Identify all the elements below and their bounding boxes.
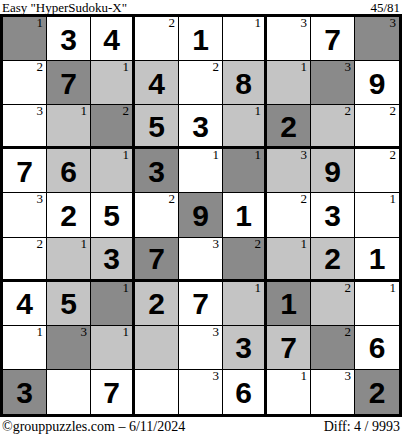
cell-value: 9 — [192, 201, 209, 231]
cell-r6c7[interactable]: 1 — [267, 238, 311, 282]
corner-mark: 2 — [390, 104, 397, 118]
cell-r7c8[interactable]: 2 — [311, 282, 355, 326]
cell-value: 2 — [60, 201, 77, 231]
cell-value: 4 — [148, 69, 165, 99]
cell-r7c2[interactable]: 5 — [47, 282, 91, 326]
corner-mark: 1 — [123, 148, 130, 162]
cell-r2c9[interactable]: 9 — [355, 61, 399, 105]
corner-mark: 1 — [123, 281, 130, 295]
cell-r2c6[interactable]: 8 — [223, 61, 267, 105]
cell-r2c3[interactable]: 1 — [91, 61, 135, 105]
corner-mark: 1 — [255, 104, 262, 118]
cell-value: 1 — [235, 201, 252, 231]
corner-mark: 3 — [37, 104, 44, 118]
cell-value: 3 — [103, 244, 120, 274]
footer-bar: ©grouppuzzles.com – 6/11/2024 Diff: 4 / … — [0, 417, 402, 437]
cell-value: 9 — [324, 157, 341, 187]
cell-r6c4[interactable]: 7 — [135, 238, 179, 282]
difficulty-text: Diff: 4 / 9993 — [324, 419, 400, 435]
cell-value: 2 — [369, 378, 386, 408]
cell-value: 6 — [235, 378, 252, 408]
cell-value: 6 — [60, 157, 77, 187]
cell-value: 3 — [60, 25, 77, 55]
puzzle-title: Easy "HyperSudoku-X" — [2, 1, 127, 14]
cell-value: 8 — [235, 69, 252, 99]
cell-r9c6[interactable]: 6 — [223, 370, 267, 414]
corner-mark: 1 — [123, 60, 130, 74]
cell-value: 5 — [103, 201, 120, 231]
cell-value: 7 — [60, 69, 77, 99]
cell-r9c3[interactable]: 7 — [91, 370, 135, 414]
copyright-text: ©grouppuzzles.com – 6/11/2024 — [2, 419, 185, 435]
cell-r7c6[interactable]: 1 — [223, 282, 267, 326]
cell-r7c5[interactable]: 7 — [179, 282, 223, 326]
cell-r8c5[interactable]: 3 — [179, 326, 223, 370]
corner-mark: 3 — [213, 325, 220, 339]
cell-r6c5[interactable]: 3 — [179, 238, 223, 282]
cell-r4c8[interactable]: 9 — [311, 149, 355, 193]
cell-value: 4 — [16, 289, 33, 319]
cell-r1c4[interactable]: 2 — [135, 17, 179, 61]
cell-value: 9 — [369, 69, 386, 99]
cell-r9c1[interactable]: 3 — [3, 370, 47, 414]
cell-value: 7 — [280, 333, 297, 363]
cell-value: 3 — [16, 378, 33, 408]
corner-mark: 1 — [301, 369, 308, 383]
corner-mark: 1 — [390, 192, 397, 206]
corner-mark: 1 — [255, 281, 262, 295]
cell-value: 7 — [103, 378, 120, 408]
cell-r1c3[interactable]: 4 — [91, 17, 135, 61]
cell-r3c4[interactable]: 5 — [135, 105, 179, 149]
cell-value: 1 — [280, 289, 297, 319]
cell-r6c2[interactable]: 1 — [47, 238, 91, 282]
cell-r9c8[interactable]: 3 — [311, 370, 355, 414]
corner-mark: 1 — [301, 237, 308, 251]
cell-r6c6[interactable]: 2 — [223, 238, 267, 282]
corner-mark: 3 — [390, 16, 397, 30]
corner-mark: 1 — [213, 148, 220, 162]
corner-mark: 2 — [301, 192, 308, 206]
cell-r5c8[interactable]: 3 — [311, 193, 355, 237]
cell-r3c8[interactable]: 2 — [311, 105, 355, 149]
corner-mark: 2 — [390, 148, 397, 162]
cell-r7c9[interactable]: 1 — [355, 282, 399, 326]
cell-value: 3 — [192, 112, 209, 142]
cell-r5c1[interactable]: 3 — [3, 193, 47, 237]
cell-value: 5 — [60, 289, 77, 319]
sudoku-board: 1342113732714281393125312227613113923252… — [0, 14, 402, 417]
cell-value: 7 — [148, 244, 165, 274]
cell-r5c3[interactable]: 5 — [91, 193, 135, 237]
cell-r3c5[interactable]: 3 — [179, 105, 223, 149]
cell-r1c5[interactable]: 1 — [179, 17, 223, 61]
cell-r3c7[interactable]: 2 — [267, 105, 311, 149]
cell-r5c5[interactable]: 9 — [179, 193, 223, 237]
cell-r6c8[interactable]: 2 — [311, 238, 355, 282]
cell-r1c9[interactable]: 3 — [355, 17, 399, 61]
cell-r4c4[interactable]: 3 — [135, 149, 179, 193]
cell-r5c2[interactable]: 2 — [47, 193, 91, 237]
corner-mark: 1 — [123, 325, 130, 339]
cell-r6c9[interactable]: 1 — [355, 238, 399, 282]
cell-r1c8[interactable]: 7 — [311, 17, 355, 61]
corner-mark: 2 — [345, 281, 352, 295]
cell-r3c2[interactable]: 1 — [47, 105, 91, 149]
corner-mark: 2 — [345, 325, 352, 339]
cell-r1c7[interactable]: 3 — [267, 17, 311, 61]
corner-mark: 3 — [81, 325, 88, 339]
corner-mark: 2 — [123, 104, 130, 118]
cell-r9c4[interactable] — [135, 370, 179, 414]
corner-mark: 3 — [301, 148, 308, 162]
corner-mark: 1 — [255, 148, 262, 162]
cell-r7c4[interactable]: 2 — [135, 282, 179, 326]
cell-r1c1[interactable]: 1 — [3, 17, 47, 61]
cell-r5c7[interactable]: 2 — [267, 193, 311, 237]
corner-mark: 2 — [37, 60, 44, 74]
cell-r9c7[interactable]: 1 — [267, 370, 311, 414]
cell-r2c1[interactable]: 2 — [3, 61, 47, 105]
cell-r4c6[interactable]: 1 — [223, 149, 267, 193]
cell-value: 1 — [369, 244, 386, 274]
cell-r4c9[interactable]: 2 — [355, 149, 399, 193]
corner-mark: 1 — [37, 16, 44, 30]
cell-r4c5[interactable]: 1 — [179, 149, 223, 193]
cell-r8c9[interactable]: 6 — [355, 326, 399, 370]
cell-value: 7 — [192, 289, 209, 319]
corner-mark: 3 — [213, 369, 220, 383]
cell-r8c8[interactable]: 2 — [311, 326, 355, 370]
cell-r7c7[interactable]: 1 — [267, 282, 311, 326]
cell-r8c4[interactable] — [135, 326, 179, 370]
cell-value: 7 — [16, 157, 33, 187]
cell-value: 2 — [324, 244, 341, 274]
cell-r3c6[interactable]: 1 — [223, 105, 267, 149]
cell-value: 3 — [235, 333, 252, 363]
corner-mark: 1 — [37, 325, 44, 339]
cell-r4c3[interactable]: 1 — [91, 149, 135, 193]
cell-r5c6[interactable]: 1 — [223, 193, 267, 237]
cell-value: 7 — [324, 25, 341, 55]
corner-mark: 1 — [255, 16, 262, 30]
corner-mark: 2 — [345, 104, 352, 118]
cell-r7c3[interactable]: 1 — [91, 282, 135, 326]
cell-r9c2[interactable] — [47, 370, 91, 414]
cell-r8c6[interactable]: 3 — [223, 326, 267, 370]
corner-mark: 1 — [390, 281, 397, 295]
corner-mark: 3 — [301, 16, 308, 30]
cell-r4c1[interactable]: 7 — [3, 149, 47, 193]
cell-r9c5[interactable]: 3 — [179, 370, 223, 414]
cell-r7c1[interactable]: 4 — [3, 282, 47, 326]
cell-r5c9[interactable]: 1 — [355, 193, 399, 237]
corner-mark: 1 — [301, 60, 308, 74]
corner-mark: 2 — [37, 237, 44, 251]
cell-r8c1[interactable]: 1 — [3, 326, 47, 370]
cell-r3c1[interactable]: 3 — [3, 105, 47, 149]
cell-value: 3 — [324, 201, 341, 231]
corner-mark: 2 — [255, 237, 262, 251]
cell-r8c7[interactable]: 7 — [267, 326, 311, 370]
corner-mark: 1 — [81, 237, 88, 251]
progress-counter: 45/81 — [370, 1, 400, 14]
cell-value: 6 — [369, 333, 386, 363]
corner-mark: 2 — [169, 16, 176, 30]
cell-r3c9[interactable]: 2 — [355, 105, 399, 149]
corner-mark: 2 — [213, 60, 220, 74]
cell-r2c5[interactable]: 2 — [179, 61, 223, 105]
cell-r1c2[interactable]: 3 — [47, 17, 91, 61]
corner-mark: 1 — [81, 104, 88, 118]
cell-r8c3[interactable]: 1 — [91, 326, 135, 370]
corner-mark: 3 — [213, 237, 220, 251]
cell-r2c2[interactable]: 7 — [47, 61, 91, 105]
cell-r3c3[interactable]: 2 — [91, 105, 135, 149]
cell-r6c1[interactable]: 2 — [3, 238, 47, 282]
cell-r4c7[interactable]: 3 — [267, 149, 311, 193]
cell-value: 2 — [148, 289, 165, 319]
cell-value: 5 — [148, 112, 165, 142]
corner-mark: 2 — [169, 192, 176, 206]
cell-r8c2[interactable]: 3 — [47, 326, 91, 370]
cell-r4c2[interactable]: 6 — [47, 149, 91, 193]
cell-r1c6[interactable]: 1 — [223, 17, 267, 61]
cell-r2c4[interactable]: 4 — [135, 61, 179, 105]
corner-mark: 3 — [37, 192, 44, 206]
cell-r5c4[interactable]: 2 — [135, 193, 179, 237]
cell-value: 2 — [280, 112, 297, 142]
cell-r9c9[interactable]: 2 — [355, 370, 399, 414]
corner-mark: 3 — [345, 369, 352, 383]
cell-r2c7[interactable]: 1 — [267, 61, 311, 105]
cell-value: 1 — [192, 25, 209, 55]
cell-value: 3 — [148, 157, 165, 187]
header-bar: Easy "HyperSudoku-X" 45/81 — [0, 0, 402, 14]
cell-r2c8[interactable]: 3 — [311, 61, 355, 105]
cell-value: 4 — [103, 25, 120, 55]
cell-r6c3[interactable]: 3 — [91, 238, 135, 282]
corner-mark: 3 — [345, 60, 352, 74]
